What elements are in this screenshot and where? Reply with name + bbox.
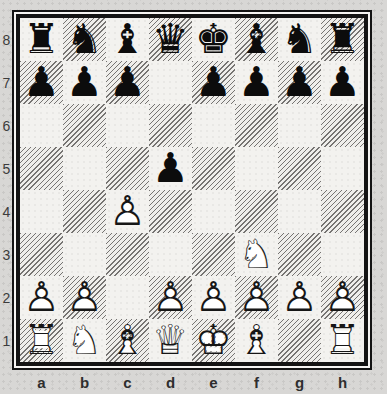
white-pawn-piece[interactable]: ♟♙ [235, 276, 278, 319]
white-knight-piece[interactable]: ♞♘ [235, 233, 278, 276]
square-g7[interactable]: ♟ [278, 61, 321, 104]
square-e2[interactable]: ♟♙ [192, 276, 235, 319]
square-f4[interactable] [235, 190, 278, 233]
piece-glyph: ♟ [152, 147, 189, 188]
square-c6[interactable] [106, 104, 149, 147]
white-queen-piece[interactable]: ♛♕ [149, 319, 192, 362]
square-c5[interactable] [106, 147, 149, 190]
square-h8[interactable]: ♜ [321, 18, 364, 61]
piece-glyph: ♙ [238, 276, 275, 317]
square-b2[interactable]: ♟♙ [63, 276, 106, 319]
board-border: ♜♞♝♛♚♝♞♜♟♟♟♟♟♟♟♟♟♙♞♘♟♙♟♙♟♙♟♙♟♙♟♙♟♙♜♖♞♘♝♗… [16, 14, 368, 366]
piece-glyph: ♘ [66, 319, 103, 360]
square-b5[interactable] [63, 147, 106, 190]
square-a1[interactable]: ♜♖ [20, 319, 63, 362]
white-pawn-piece[interactable]: ♟♙ [192, 276, 235, 319]
square-b4[interactable] [63, 190, 106, 233]
piece-glyph: ♕ [152, 319, 189, 360]
white-king-piece[interactable]: ♚♔ [192, 319, 235, 362]
chess-board: ♜♞♝♛♚♝♞♜♟♟♟♟♟♟♟♟♟♙♞♘♟♙♟♙♟♙♟♙♟♙♟♙♟♙♜♖♞♘♝♗… [12, 10, 372, 370]
piece-glyph: ♞ [66, 18, 103, 59]
piece-glyph: ♟ [23, 61, 60, 102]
piece-glyph: ♙ [281, 276, 318, 317]
square-f3[interactable]: ♞♘ [235, 233, 278, 276]
black-king-piece[interactable]: ♚ [192, 18, 235, 61]
piece-glyph: ♝ [238, 18, 275, 59]
piece-glyph: ♙ [324, 276, 361, 317]
square-f6[interactable] [235, 104, 278, 147]
black-knight-piece[interactable]: ♞ [63, 18, 106, 61]
square-b1[interactable]: ♞♘ [63, 319, 106, 362]
piece-glyph: ♖ [23, 319, 60, 360]
piece-glyph: ♟ [238, 61, 275, 102]
piece-glyph: ♟ [281, 61, 318, 102]
piece-glyph: ♟ [324, 61, 361, 102]
square-d6[interactable] [149, 104, 192, 147]
piece-glyph: ♘ [238, 233, 275, 274]
square-a7[interactable]: ♟ [20, 61, 63, 104]
black-pawn-piece[interactable]: ♟ [278, 61, 321, 104]
square-e8[interactable]: ♚ [192, 18, 235, 61]
square-f2[interactable]: ♟♙ [235, 276, 278, 319]
square-h3[interactable] [321, 233, 364, 276]
piece-glyph: ♛ [152, 18, 189, 59]
piece-glyph: ♟ [109, 61, 146, 102]
square-e4[interactable] [192, 190, 235, 233]
file-label-f: f [235, 371, 278, 393]
square-g8[interactable]: ♞ [278, 18, 321, 61]
piece-glyph: ♙ [23, 276, 60, 317]
square-b3[interactable] [63, 233, 106, 276]
file-label-g: g [278, 371, 321, 393]
piece-glyph: ♜ [23, 18, 60, 59]
black-pawn-piece[interactable]: ♟ [20, 61, 63, 104]
square-c2[interactable] [106, 276, 149, 319]
piece-glyph: ♟ [195, 61, 232, 102]
board-grid: ♜♞♝♛♚♝♞♜♟♟♟♟♟♟♟♟♟♙♞♘♟♙♟♙♟♙♟♙♟♙♟♙♟♙♜♖♞♘♝♗… [20, 18, 364, 362]
square-e7[interactable]: ♟ [192, 61, 235, 104]
square-f5[interactable] [235, 147, 278, 190]
square-h1[interactable]: ♜♖ [321, 319, 364, 362]
white-pawn-piece[interactable]: ♟♙ [149, 276, 192, 319]
square-a6[interactable] [20, 104, 63, 147]
piece-glyph: ♚ [195, 18, 232, 59]
black-rook-piece[interactable]: ♜ [321, 18, 364, 61]
square-h7[interactable]: ♟ [321, 61, 364, 104]
square-e5[interactable] [192, 147, 235, 190]
square-h2[interactable]: ♟♙ [321, 276, 364, 319]
piece-glyph: ♙ [152, 276, 189, 317]
square-b8[interactable]: ♞ [63, 18, 106, 61]
square-g6[interactable] [278, 104, 321, 147]
black-pawn-piece[interactable]: ♟ [235, 61, 278, 104]
piece-glyph: ♙ [109, 190, 146, 231]
square-a3[interactable] [20, 233, 63, 276]
piece-glyph: ♝ [109, 18, 146, 59]
black-queen-piece[interactable]: ♛ [149, 18, 192, 61]
square-d4[interactable] [149, 190, 192, 233]
square-f8[interactable]: ♝ [235, 18, 278, 61]
white-pawn-piece[interactable]: ♟♙ [106, 190, 149, 233]
black-rook-piece[interactable]: ♜ [20, 18, 63, 61]
black-pawn-piece[interactable]: ♟ [106, 61, 149, 104]
piece-glyph: ♙ [195, 276, 232, 317]
square-c8[interactable]: ♝ [106, 18, 149, 61]
piece-glyph: ♔ [195, 319, 232, 360]
square-d5[interactable]: ♟ [149, 147, 192, 190]
black-pawn-piece[interactable]: ♟ [149, 147, 192, 190]
square-d1[interactable]: ♛♕ [149, 319, 192, 362]
black-bishop-piece[interactable]: ♝ [106, 18, 149, 61]
square-e1[interactable]: ♚♔ [192, 319, 235, 362]
black-pawn-piece[interactable]: ♟ [321, 61, 364, 104]
white-pawn-piece[interactable]: ♟♙ [63, 276, 106, 319]
file-label-d: d [149, 371, 192, 393]
square-f1[interactable]: ♝♗ [235, 319, 278, 362]
file-label-c: c [106, 371, 149, 393]
square-d3[interactable] [149, 233, 192, 276]
square-b7[interactable]: ♟ [63, 61, 106, 104]
piece-glyph: ♗ [238, 319, 275, 360]
piece-glyph: ♜ [324, 18, 361, 59]
square-b6[interactable] [63, 104, 106, 147]
square-a5[interactable] [20, 147, 63, 190]
black-knight-piece[interactable]: ♞ [278, 18, 321, 61]
black-bishop-piece[interactable]: ♝ [235, 18, 278, 61]
square-c7[interactable]: ♟ [106, 61, 149, 104]
square-d8[interactable]: ♛ [149, 18, 192, 61]
square-h5[interactable] [321, 147, 364, 190]
square-e3[interactable] [192, 233, 235, 276]
white-rook-piece[interactable]: ♜♖ [20, 319, 63, 362]
square-f7[interactable]: ♟ [235, 61, 278, 104]
square-g5[interactable] [278, 147, 321, 190]
square-c1[interactable]: ♝♗ [106, 319, 149, 362]
file-label-b: b [63, 371, 106, 393]
white-pawn-piece[interactable]: ♟♙ [321, 276, 364, 319]
file-labels: abcdefgh [20, 371, 364, 393]
square-d2[interactable]: ♟♙ [149, 276, 192, 319]
square-g1[interactable] [278, 319, 321, 362]
piece-glyph: ♙ [66, 276, 103, 317]
white-bishop-piece[interactable]: ♝♗ [106, 319, 149, 362]
square-a2[interactable]: ♟♙ [20, 276, 63, 319]
file-label-h: h [321, 371, 364, 393]
square-g4[interactable] [278, 190, 321, 233]
square-h6[interactable] [321, 104, 364, 147]
square-c3[interactable] [106, 233, 149, 276]
square-g3[interactable] [278, 233, 321, 276]
piece-glyph: ♖ [324, 319, 361, 360]
file-label-a: a [20, 371, 63, 393]
piece-glyph: ♗ [109, 319, 146, 360]
square-c4[interactable]: ♟♙ [106, 190, 149, 233]
white-pawn-piece[interactable]: ♟♙ [278, 276, 321, 319]
white-pawn-piece[interactable]: ♟♙ [20, 276, 63, 319]
square-d7[interactable] [149, 61, 192, 104]
piece-glyph: ♞ [281, 18, 318, 59]
file-label-e: e [192, 371, 235, 393]
white-knight-piece[interactable]: ♞♘ [63, 319, 106, 362]
square-h4[interactable] [321, 190, 364, 233]
square-a4[interactable] [20, 190, 63, 233]
white-rook-piece[interactable]: ♜♖ [321, 319, 364, 362]
white-bishop-piece[interactable]: ♝♗ [235, 319, 278, 362]
square-g2[interactable]: ♟♙ [278, 276, 321, 319]
square-e6[interactable] [192, 104, 235, 147]
black-pawn-piece[interactable]: ♟ [192, 61, 235, 104]
square-a8[interactable]: ♜ [20, 18, 63, 61]
piece-glyph: ♟ [66, 61, 103, 102]
black-pawn-piece[interactable]: ♟ [63, 61, 106, 104]
